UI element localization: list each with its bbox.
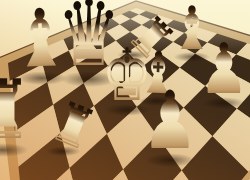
piece-glyph: ♜ — [45, 93, 102, 160]
piece-glyph: ♟ — [200, 34, 249, 104]
piece-white-pawn-h4[interactable]: ♟ — [200, 34, 249, 104]
piece-glyph: ♟ — [142, 81, 198, 161]
piece-white-rook-a1[interactable]: ♜ — [0, 69, 32, 151]
pieces-layer: ♜♝♝♛♝♟♚♜♜♟ — [0, 0, 250, 180]
chessboard-photo: ♜♝♝♛♝♟♚♜♜♟ — [0, 0, 250, 180]
piece-glyph: ♜ — [0, 69, 32, 151]
piece-white-rook-c1-fallen[interactable]: ♜ — [45, 93, 102, 160]
piece-white-pawn-f2[interactable]: ♟ — [142, 81, 198, 161]
